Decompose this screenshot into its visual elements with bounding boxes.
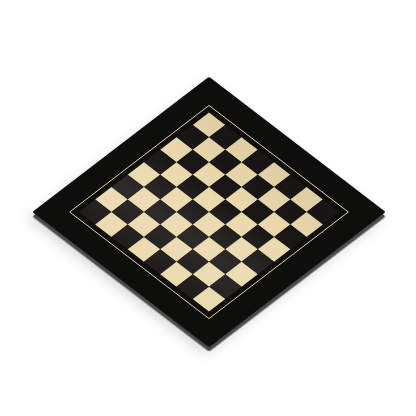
chessboard-product-photo — [0, 0, 416, 416]
chess-board — [32, 77, 386, 347]
